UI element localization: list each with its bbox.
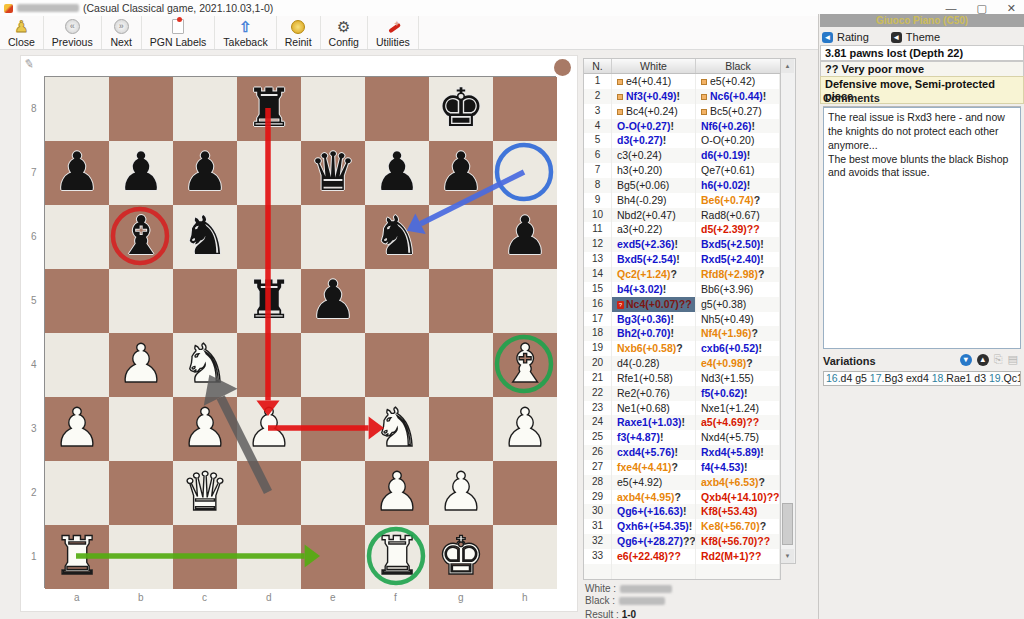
move-4-black[interactable]: Nf6(+0.26)! (696, 119, 780, 134)
move-number: 14 (584, 267, 612, 282)
rank-label-2: 2 (31, 487, 37, 498)
move-table-header: N. White Black (584, 59, 780, 74)
square-e1[interactable] (301, 525, 365, 589)
variation-play-icon[interactable]: ▾ (960, 354, 972, 366)
move-8-black[interactable]: h6(+0.02)! (696, 178, 780, 193)
book-move-icon (701, 79, 707, 85)
move-23-black[interactable]: Nxe1(+1.24) (696, 401, 780, 416)
move-number: 17 (584, 312, 612, 327)
file-label-b: b (138, 592, 144, 603)
move-row-18: 18Bh2(+0.70)!Nf4(+1.96)? (584, 326, 780, 341)
black-pawn-g7: ♟ (429, 141, 493, 205)
move-25-white[interactable]: f3(+4.87)! (612, 430, 696, 445)
move-31-black[interactable]: Ke8(+56.70)? (696, 519, 780, 534)
move-21-white[interactable]: Rfe1(+0.58) (612, 371, 696, 386)
theme-label[interactable]: Theme (906, 31, 940, 43)
move-number: 22 (584, 386, 612, 401)
move-number: 3 (584, 104, 612, 119)
move-11-black[interactable]: d5(+2.39)?? (696, 222, 780, 237)
move-number: 23 (584, 401, 612, 416)
black-bishop-b6: ♝ (109, 205, 173, 269)
variation-moves: Rae1 d3 (946, 372, 989, 384)
file-label-d: d (266, 592, 272, 603)
square-c2[interactable]: ♛ (173, 461, 237, 525)
move-19-white[interactable]: Nxb6(+0.58)? (612, 341, 696, 356)
square-e3[interactable] (301, 397, 365, 461)
square-e6[interactable] (301, 205, 365, 269)
move-5-black[interactable]: O-O(+0.20) (696, 133, 780, 148)
square-d1[interactable] (237, 525, 301, 589)
white-pawn-c3: ♟ (173, 397, 237, 461)
square-e2[interactable] (301, 461, 365, 525)
move-23-white[interactable]: Ne1(+0.68) (612, 401, 696, 416)
move-row-10: 10Nbd2(+0.47)Rad8(+0.67) (584, 208, 780, 223)
move-row-17: 17Bg3(+0.36)!Nh5(+0.49) (584, 312, 780, 327)
variation-delete-icon[interactable]: ▤ (1008, 353, 1018, 366)
white-bishop-h4: ♝ (493, 333, 557, 397)
file-label-e: e (330, 592, 336, 603)
white-pawn-g2: ♟ (429, 461, 493, 525)
square-b6[interactable]: ♝ (109, 205, 173, 269)
black-rook-d5: ♜ (237, 269, 301, 333)
white-queen-c2: ♛ (173, 461, 237, 525)
square-c7[interactable]: ♟ (173, 141, 237, 205)
rank-label-4: 4 (31, 359, 37, 370)
white-pawn-d3: ♟ (237, 397, 301, 461)
move-15-black[interactable]: Bb6(+3.96) (696, 282, 780, 297)
move-row-9: 9Bh4(-0.29)Be6(+0.74)? (584, 193, 780, 208)
move-22-white[interactable]: Re2(+0.76) (612, 386, 696, 401)
square-c8[interactable] (173, 77, 237, 141)
book-move-icon (701, 94, 707, 100)
move-number: 16 (584, 297, 612, 312)
move-row-32: 32Qg6+(+28.27)??Kf8(+56.70)?? (584, 534, 780, 549)
scrollbar-thumb[interactable] (782, 503, 793, 545)
move-row-12: 12exd5(+2.36)!Bxd5(+2.50)! (584, 237, 780, 252)
move-12-white[interactable]: exd5(+2.36)! (612, 237, 696, 252)
move-15-white[interactable]: b4(+3.02)! (612, 282, 696, 297)
move-row-5: 5d3(+0.27)!O-O(+0.20) (584, 133, 780, 148)
move-number: 8 (584, 178, 612, 193)
variation-moves: d4 g5 (841, 372, 870, 384)
rank-label-5: 5 (31, 295, 37, 306)
square-a2[interactable] (45, 461, 109, 525)
square-d2[interactable] (237, 461, 301, 525)
move-number: 25 (584, 430, 612, 445)
move-row-7: 7h3(+0.20)Qe7(+0.61) (584, 163, 780, 178)
file-label-c: c (202, 592, 207, 603)
move-27-white[interactable]: fxe4(+4.41)? (612, 460, 696, 475)
square-c3[interactable]: ♟ (173, 397, 237, 461)
move-table: N. White Black 1e4(+0.41)e5(+0.42)2Nf3(+… (583, 58, 781, 580)
move-11-white[interactable]: a3(+0.22) (612, 222, 696, 237)
square-h5[interactable] (493, 269, 557, 333)
move-21-black[interactable]: Nd3(+1.55) (696, 371, 780, 386)
square-b3[interactable] (109, 397, 173, 461)
annotate-pencil-icon[interactable]: ✎ (23, 56, 35, 72)
square-f2[interactable]: ♟ (365, 461, 429, 525)
move-30-black[interactable]: Kf8(+53.43) (696, 504, 780, 519)
square-h4[interactable]: ♝ (493, 333, 557, 397)
move-25-black[interactable]: Nxd4(+5.75) (696, 430, 780, 445)
square-d5[interactable]: ♜ (237, 269, 301, 333)
square-g2[interactable]: ♟ (429, 461, 493, 525)
move-32-white[interactable]: Qg6+(+28.27)?? (612, 534, 696, 549)
black-knight-f6: ♞ (365, 205, 429, 269)
black-pawn-e5: ♟ (301, 269, 365, 333)
square-f3[interactable]: ♞ (365, 397, 429, 461)
player-name-redacted (17, 4, 79, 12)
move-number: 7 (584, 163, 612, 178)
move-row-28: 28e5(+4.92)axb4(+6.53)? (584, 475, 780, 490)
move-row-6: 6c3(+0.24)d6(+0.19)! (584, 148, 780, 163)
takeback-button[interactable]: ⇧ Takeback (215, 16, 276, 49)
move-6-black[interactable]: d6(+0.19)! (696, 148, 780, 163)
pgn-labels-button[interactable]: PGN Labels (142, 16, 216, 49)
square-g4[interactable] (429, 333, 493, 397)
up-arrow-icon: ⇧ (239, 19, 252, 35)
move-row-21: 21Rfe1(+0.58)Nd3(+1.55) (584, 371, 780, 386)
white-rook-f1: ♜ (365, 525, 429, 589)
black-player-redacted (619, 597, 665, 605)
next-icon: » (114, 19, 129, 34)
square-b8[interactable] (109, 77, 173, 141)
move-number: 29 (584, 490, 612, 505)
gear-icon: ⚙ (337, 19, 350, 35)
move-row-22: 22Re2(+0.76)f5(+0.62)! (584, 386, 780, 401)
side-to-move-indicator (554, 59, 571, 76)
move-row-29: 29axb4(+4.95)?Qxb4(+14.10)?? (584, 490, 780, 505)
move-number: 9 (584, 193, 612, 208)
empty-move-row (584, 564, 780, 579)
black-player-row: Black : (585, 595, 669, 606)
square-d7[interactable] (237, 141, 301, 205)
move-28-white[interactable]: e5(+4.92) (612, 475, 696, 490)
move-row-23: 23Ne1(+0.68)Nxe1(+1.24) (584, 401, 780, 416)
square-b2[interactable] (109, 461, 173, 525)
square-d4[interactable] (237, 333, 301, 397)
square-f4[interactable] (365, 333, 429, 397)
square-h8[interactable] (493, 77, 557, 141)
move-row-8: 8Bg5(+0.06)h6(+0.02)! (584, 178, 780, 193)
square-f5[interactable] (365, 269, 429, 333)
move-row-4: 4O-O(+0.27)!Nf6(+0.26)! (584, 119, 780, 134)
square-a1[interactable]: ♜ (45, 525, 109, 589)
square-a3[interactable]: ♟ (45, 397, 109, 461)
move-4-white[interactable]: O-O(+0.27)! (612, 119, 696, 134)
black-king-g8: ♚ (429, 77, 493, 141)
move-number: 5 (584, 133, 612, 148)
variation-line[interactable]: 16.d4 g5 17.Bg3 exd4 18.Rae1 d3 19.Qc1 Q… (823, 371, 1021, 386)
rank-label-3: 3 (31, 423, 37, 434)
square-h2[interactable] (493, 461, 557, 525)
move-5-white[interactable]: d3(+0.27)! (612, 133, 696, 148)
square-h3[interactable]: ♟ (493, 397, 557, 461)
theme-toggle-icon[interactable]: ◄ (891, 32, 902, 43)
move-number: 18 (584, 326, 612, 341)
move-26-black[interactable]: Rxd4(+5.89)! (696, 445, 780, 460)
white-pawn-h3: ♟ (493, 397, 557, 461)
square-h1[interactable] (493, 525, 557, 589)
move-9-black[interactable]: Be6(+0.74)? (696, 193, 780, 208)
square-a4[interactable] (45, 333, 109, 397)
square-a6[interactable] (45, 205, 109, 269)
move-number: 28 (584, 475, 612, 490)
file-label-a: a (74, 592, 80, 603)
moves-panel: N. White Black 1e4(+0.41)e5(+0.42)2Nf3(+… (583, 58, 796, 614)
move-row-15: 15b4(+3.02)!Bb6(+3.96) (584, 282, 780, 297)
square-h6[interactable]: ♟ (493, 205, 557, 269)
move-number: 15 (584, 282, 612, 297)
move-number: 13 (584, 252, 612, 267)
scroll-up-icon[interactable]: ▲ (781, 59, 794, 73)
file-label-g: g (458, 592, 464, 603)
move-19-black[interactable]: cxb6(+0.52)! (696, 341, 780, 356)
rank-label-1: 1 (31, 551, 37, 562)
white-pawn-f2: ♟ (365, 461, 429, 525)
white-player-redacted (620, 585, 672, 593)
previous-button[interactable]: « Previous (44, 16, 102, 49)
square-f1[interactable]: ♜ (365, 525, 429, 589)
move-row-20: 20d4(-0.28)e4(+0.98)? (584, 356, 780, 371)
book-move-icon (617, 109, 623, 115)
rating-toggle-icon[interactable]: ◄ (822, 32, 833, 43)
pgn-pin-icon (172, 19, 184, 34)
square-c6[interactable]: ♞ (173, 205, 237, 269)
move-13-black[interactable]: Rxd5(+2.40)! (696, 252, 780, 267)
opening-name: Giuoco Piano (C50) (820, 14, 1024, 27)
move-row-14: 14Qc2(+1.24)?Rfd8(+2.98)? (584, 267, 780, 282)
move-number: 26 (584, 445, 612, 460)
move-10-white[interactable]: Nbd2(+0.47) (612, 208, 696, 223)
variation-move-number: 18. (932, 372, 947, 384)
move-18-white[interactable]: Bh2(+0.70)! (612, 326, 696, 341)
move-33-black[interactable]: Rd2(M+1)?? (696, 549, 780, 564)
move-6-white[interactable]: c3(+0.24) (612, 148, 696, 163)
move-20-black[interactable]: e4(+0.98)? (696, 356, 780, 371)
square-g6[interactable] (429, 205, 493, 269)
close-button[interactable]: ♟ Close (0, 16, 44, 49)
move-number: 33 (584, 549, 612, 564)
comments-box[interactable]: The real issue is Rxd3 here - and now th… (823, 107, 1021, 349)
move-row-33: 33e6(+22.48)??Rd2(M+1)?? (584, 549, 780, 564)
square-d6[interactable] (237, 205, 301, 269)
square-f6[interactable]: ♞ (365, 205, 429, 269)
move-18-black[interactable]: Nf4(+1.96)? (696, 326, 780, 341)
move-16-white[interactable]: ?Nc4(+0.07)?? (612, 297, 696, 312)
move-24-white[interactable]: Raxe1(+1.03)! (612, 415, 696, 430)
move-27-black[interactable]: f4(+4.53)! (696, 460, 780, 475)
previous-icon: « (65, 19, 80, 34)
black-pawn-c7: ♟ (173, 141, 237, 205)
config-button[interactable]: ⚙ Config (321, 16, 368, 49)
black-pawn-a7: ♟ (45, 141, 109, 205)
move-1-white[interactable]: e4(+0.41) (612, 74, 696, 89)
move-31-white[interactable]: Qxh6+(+54.35)! (612, 519, 696, 534)
move-1-black[interactable]: e5(+0.42) (696, 74, 780, 89)
move-number: 32 (584, 534, 612, 549)
move-32-black[interactable]: Kf8(+56.70)?? (696, 534, 780, 549)
black-rook-d8: ♜ (237, 77, 301, 141)
move-number: 10 (584, 208, 612, 223)
square-f7[interactable]: ♟ (365, 141, 429, 205)
move-13-white[interactable]: Bxd5(+2.54)! (612, 252, 696, 267)
square-g5[interactable] (429, 269, 493, 333)
move-29-white[interactable]: axb4(+4.95)? (612, 490, 696, 505)
minimize-button[interactable]: — (945, 2, 956, 14)
window-title: (Casual Classical game, 2021.10.03,1-0) (83, 2, 273, 14)
black-pawn-f7: ♟ (365, 141, 429, 205)
close-window-button[interactable]: ✕ (1007, 2, 1016, 14)
move-9-white[interactable]: Bh4(-0.29) (612, 193, 696, 208)
variation-copy-icon[interactable]: ⎘ (994, 353, 1003, 366)
move-row-24: 24Raxe1(+1.03)!a5(+4.69)?? (584, 415, 780, 430)
move-list-scrollbar[interactable]: ▲ ▼ (781, 58, 796, 564)
board-panel: ✎ ♜♚♟♟♟♛♟♟♝♞♞♟♜♟♟♞♝♟♟♟♞♟♛♟♟♜♜♚ 87654321a… (20, 55, 578, 612)
move-number: 20 (584, 356, 612, 371)
move-33-white[interactable]: e6(+22.48)?? (612, 549, 696, 564)
white-pawn-b4: ♟ (109, 333, 173, 397)
square-c4[interactable]: ♞ (173, 333, 237, 397)
blunder-icon: ? (617, 301, 624, 309)
move-12-black[interactable]: Bxd5(+2.50)! (696, 237, 780, 252)
square-a5[interactable] (45, 269, 109, 333)
square-f8[interactable] (365, 77, 429, 141)
move-number: 6 (584, 148, 612, 163)
result-row: Result : 1-0 (585, 609, 636, 619)
move-row-1: 1e4(+0.41)e5(+0.42) (584, 74, 780, 89)
analysis-panel: Giuoco Piano (C50) ◄ Rating ◄ Theme 3.81… (818, 14, 1024, 619)
move-17-white[interactable]: Bg3(+0.36)! (612, 312, 696, 327)
variation-add-icon[interactable]: ▴ (977, 354, 989, 366)
square-g1[interactable]: ♚ (429, 525, 493, 589)
variation-move-number: 19. (989, 372, 1004, 384)
move-22-black[interactable]: f5(+0.62)! (696, 386, 780, 401)
move-2-black[interactable]: Nc6(+0.44)! (696, 89, 780, 104)
square-g7[interactable]: ♟ (429, 141, 493, 205)
move-14-black[interactable]: Rfd8(+2.98)? (696, 267, 780, 282)
black-knight-c6: ♞ (173, 205, 237, 269)
square-d8[interactable]: ♜ (237, 77, 301, 141)
pawn-icon: ♟ (14, 18, 28, 35)
move-number: 21 (584, 371, 612, 386)
move-row-19: 19Nxb6(+0.58)?cxb6(+0.52)! (584, 341, 780, 356)
white-knight-c4: ♞ (173, 333, 237, 397)
reinit-button[interactable]: Reinit (277, 16, 321, 49)
move-20-white[interactable]: d4(-0.28) (612, 356, 696, 371)
rank-label-6: 6 (31, 231, 37, 242)
square-e7[interactable]: ♛ (301, 141, 365, 205)
wand-icon: ✦ (386, 20, 400, 34)
move-3-black[interactable]: Bc5(+0.27) (696, 104, 780, 119)
square-h7[interactable] (493, 141, 557, 205)
rank-label-8: 8 (31, 103, 37, 114)
square-g3[interactable] (429, 397, 493, 461)
variation-moves: Bg3 exd4 (884, 372, 931, 384)
move-17-black[interactable]: Nh5(+0.49) (696, 312, 780, 327)
move-number: 4 (584, 119, 612, 134)
move-number: 31 (584, 519, 612, 534)
square-e5[interactable]: ♟ (301, 269, 365, 333)
white-player-row: White : (585, 583, 676, 594)
square-e8[interactable] (301, 77, 365, 141)
variations-label: Variations (823, 355, 876, 367)
eval-summary: 3.81 pawns lost (Depth 22) (820, 45, 1024, 61)
move-number: 24 (584, 415, 612, 430)
move-quality: ?? Very poor move (820, 61, 1024, 77)
move-28-black[interactable]: axb4(+6.53)? (696, 475, 780, 490)
move-16-black[interactable]: g5(+0.38) (696, 297, 780, 312)
move-26-white[interactable]: cxd4(+5.76)! (612, 445, 696, 460)
move-3-white[interactable]: Bc4(+0.24) (612, 104, 696, 119)
square-e4[interactable] (301, 333, 365, 397)
square-c1[interactable] (173, 525, 237, 589)
square-c5[interactable] (173, 269, 237, 333)
square-a8[interactable] (45, 77, 109, 141)
book-move-icon (617, 94, 623, 100)
white-pawn-a3: ♟ (45, 397, 109, 461)
black-pawn-h6: ♟ (493, 205, 557, 269)
move-24-black[interactable]: a5(+4.69)?? (696, 415, 780, 430)
white-king-g1: ♚ (429, 525, 493, 589)
square-b7[interactable]: ♟ (109, 141, 173, 205)
rank-label-7: 7 (31, 167, 37, 178)
square-a7[interactable]: ♟ (45, 141, 109, 205)
maximize-button[interactable]: ▢ (976, 2, 986, 14)
app-icon (4, 4, 13, 13)
rating-label[interactable]: Rating (837, 31, 869, 43)
next-button[interactable]: » Next (102, 16, 142, 49)
chess-board: ♜♚♟♟♟♛♟♟♝♞♞♟♜♟♟♞♝♟♟♟♞♟♛♟♟♜♜♚ (44, 76, 556, 588)
utilities-button[interactable]: ✦ Utilities (368, 16, 419, 49)
square-b1[interactable] (109, 525, 173, 589)
move-row-31: 31Qxh6+(+54.35)!Ke8(+56.70)? (584, 519, 780, 534)
move-number: 1 (584, 74, 612, 89)
white-rook-a1: ♜ (45, 525, 109, 589)
move-row-2: 2Nf3(+0.49)!Nc6(+0.44)! (584, 89, 780, 104)
move-number: 2 (584, 89, 612, 104)
square-b4[interactable]: ♟ (109, 333, 173, 397)
black-pawn-b7: ♟ (109, 141, 173, 205)
game-result: 1-0 (622, 609, 636, 619)
reinit-icon (291, 20, 305, 34)
move-row-16: 16?Nc4(+0.07)??g5(+0.38) (584, 297, 780, 312)
move-number: 19 (584, 341, 612, 356)
move-7-white[interactable]: h3(+0.20) (612, 163, 696, 178)
variation-move-number: 16. (826, 372, 841, 384)
square-b5[interactable] (109, 269, 173, 333)
move-10-black[interactable]: Rad8(+0.67) (696, 208, 780, 223)
scroll-down-icon[interactable]: ▼ (781, 549, 794, 563)
move-row-3: 3Bc4(+0.24)Bc5(+0.27) (584, 104, 780, 119)
move-row-26: 26cxd4(+5.76)!Rxd4(+5.89)! (584, 445, 780, 460)
move-row-11: 11a3(+0.22)d5(+2.39)?? (584, 222, 780, 237)
move-number: 12 (584, 237, 612, 252)
book-move-icon (701, 109, 707, 115)
book-move-icon (617, 79, 623, 85)
move-30-white[interactable]: Qg6+(+16.63)! (612, 504, 696, 519)
square-d3[interactable]: ♟ (237, 397, 301, 461)
move-14-white[interactable]: Qc2(+1.24)? (612, 267, 696, 282)
variation-moves: Qc1 Qd7 (1004, 372, 1021, 384)
move-2-white[interactable]: Nf3(+0.49)! (612, 89, 696, 104)
move-row-30: 30Qg6+(+16.63)!Kf8(+53.43) (584, 504, 780, 519)
move-8-white[interactable]: Bg5(+0.06) (612, 178, 696, 193)
variation-move-number: 17. (870, 372, 885, 384)
move-7-black[interactable]: Qe7(+0.61) (696, 163, 780, 178)
square-g8[interactable]: ♚ (429, 77, 493, 141)
move-29-black[interactable]: Qxb4(+14.10)?? (696, 490, 780, 505)
